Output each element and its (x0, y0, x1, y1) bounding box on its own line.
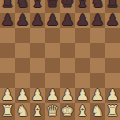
black-bishop-piece[interactable]: ♝ (30, 0, 45, 10)
square-d6[interactable] (45, 28, 60, 43)
chess-board-viewport: ♜♞♝♛♚♝♞♜♟♟♟♟♟♟♟♟♟♟♟♟♟♟♟♟♜♞♝♛♚♝♞♜ (0, 0, 120, 120)
square-a4[interactable] (0, 58, 15, 73)
white-queen-piece[interactable]: ♛ (45, 104, 60, 119)
square-c4[interactable] (30, 58, 45, 73)
black-rook-piece[interactable]: ♜ (0, 0, 15, 10)
square-g2[interactable]: ♟ (90, 88, 105, 103)
square-b5[interactable] (15, 43, 30, 58)
square-g1[interactable]: ♞ (90, 103, 105, 120)
square-a2[interactable]: ♟ (0, 88, 15, 103)
black-king-piece[interactable]: ♚ (60, 0, 75, 10)
square-d4[interactable] (45, 58, 60, 73)
white-king-piece[interactable]: ♚ (60, 104, 75, 119)
white-bishop-piece[interactable]: ♝ (75, 104, 90, 119)
square-a5[interactable] (0, 43, 15, 58)
square-h4[interactable] (105, 58, 120, 73)
black-queen-piece[interactable]: ♛ (45, 0, 60, 10)
square-d1[interactable]: ♛ (45, 103, 60, 120)
square-c7[interactable]: ♟ (30, 13, 45, 28)
white-rook-piece[interactable]: ♜ (0, 104, 15, 119)
black-pawn-piece[interactable]: ♟ (105, 13, 120, 28)
square-g5[interactable] (90, 43, 105, 58)
black-pawn-piece[interactable]: ♟ (90, 13, 105, 28)
white-pawn-piece[interactable]: ♟ (105, 88, 120, 103)
square-e7[interactable]: ♟ (60, 13, 75, 28)
square-e2[interactable]: ♟ (60, 88, 75, 103)
square-f4[interactable] (75, 58, 90, 73)
white-pawn-piece[interactable]: ♟ (75, 88, 90, 103)
square-a6[interactable] (0, 28, 15, 43)
square-h2[interactable]: ♟ (105, 88, 120, 103)
square-a7[interactable]: ♟ (0, 13, 15, 28)
square-b4[interactable] (15, 58, 30, 73)
black-pawn-piece[interactable]: ♟ (30, 13, 45, 28)
white-pawn-piece[interactable]: ♟ (0, 88, 15, 103)
black-pawn-piece[interactable]: ♟ (15, 13, 30, 28)
black-bishop-piece[interactable]: ♝ (75, 0, 90, 10)
square-g7[interactable]: ♟ (90, 13, 105, 28)
square-c5[interactable] (30, 43, 45, 58)
square-e4[interactable] (60, 58, 75, 73)
square-a1[interactable]: ♜ (0, 103, 15, 120)
square-d7[interactable]: ♟ (45, 13, 60, 28)
square-e6[interactable] (60, 28, 75, 43)
square-d2[interactable]: ♟ (45, 88, 60, 103)
white-pawn-piece[interactable]: ♟ (60, 88, 75, 103)
white-rook-piece[interactable]: ♜ (105, 104, 120, 119)
white-pawn-piece[interactable]: ♟ (30, 88, 45, 103)
square-g4[interactable] (90, 58, 105, 73)
square-h6[interactable] (105, 28, 120, 43)
white-bishop-piece[interactable]: ♝ (30, 104, 45, 119)
square-c6[interactable] (30, 28, 45, 43)
black-rook-piece[interactable]: ♜ (105, 0, 120, 10)
black-knight-piece[interactable]: ♞ (90, 0, 105, 10)
square-c2[interactable]: ♟ (30, 88, 45, 103)
black-knight-piece[interactable]: ♞ (15, 0, 30, 10)
black-pawn-piece[interactable]: ♟ (45, 13, 60, 28)
black-pawn-piece[interactable]: ♟ (0, 13, 15, 28)
square-f6[interactable] (75, 28, 90, 43)
white-knight-piece[interactable]: ♞ (15, 104, 30, 119)
square-b1[interactable]: ♞ (15, 103, 30, 120)
white-pawn-piece[interactable]: ♟ (90, 88, 105, 103)
square-b7[interactable]: ♟ (15, 13, 30, 28)
square-h5[interactable] (105, 43, 120, 58)
square-g6[interactable] (90, 28, 105, 43)
square-f5[interactable] (75, 43, 90, 58)
square-b2[interactable]: ♟ (15, 88, 30, 103)
square-h7[interactable]: ♟ (105, 13, 120, 28)
square-e5[interactable] (60, 43, 75, 58)
square-h1[interactable]: ♜ (105, 103, 120, 120)
square-f1[interactable]: ♝ (75, 103, 90, 120)
square-f2[interactable]: ♟ (75, 88, 90, 103)
white-pawn-piece[interactable]: ♟ (45, 88, 60, 103)
square-c1[interactable]: ♝ (30, 103, 45, 120)
chess-board: ♜♞♝♛♚♝♞♜♟♟♟♟♟♟♟♟♟♟♟♟♟♟♟♟♜♞♝♛♚♝♞♜ (0, 0, 120, 120)
white-knight-piece[interactable]: ♞ (90, 104, 105, 119)
white-pawn-piece[interactable]: ♟ (15, 88, 30, 103)
square-f7[interactable]: ♟ (75, 13, 90, 28)
square-e1[interactable]: ♚ (60, 103, 75, 120)
square-b6[interactable] (15, 28, 30, 43)
black-pawn-piece[interactable]: ♟ (75, 13, 90, 28)
square-d5[interactable] (45, 43, 60, 58)
black-pawn-piece[interactable]: ♟ (60, 13, 75, 28)
